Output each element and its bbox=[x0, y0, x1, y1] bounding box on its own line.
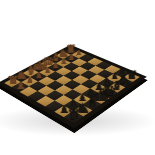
photo-stage: ♜♟♟♜♞♟♟♞♝♟♟♝♛♟♟♛♚♟♟♚♝♟♟♝♞♟♟♞♜♟♟♜ bbox=[0, 0, 155, 155]
square-d7: ♟ bbox=[90, 84, 108, 94]
